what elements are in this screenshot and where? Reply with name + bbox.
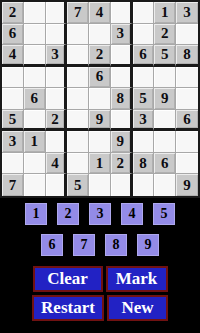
cell-r3c5[interactable]: 2 [89, 45, 111, 67]
cell-r2c7[interactable] [133, 24, 155, 46]
cell-r9c9[interactable]: 9 [176, 174, 198, 196]
cell-r9c1[interactable]: 7 [2, 174, 24, 196]
cell-r2c9[interactable] [176, 24, 198, 46]
cell-r5c8[interactable]: 9 [154, 88, 176, 110]
number-button-2[interactable]: 2 [57, 203, 79, 225]
cell-r5c1[interactable] [2, 88, 24, 110]
number-button-1[interactable]: 1 [25, 203, 47, 225]
cell-r9c3[interactable] [46, 174, 68, 196]
sudoku-board: 27413632432658668595293631941286759 [0, 0, 200, 198]
cell-r4c7[interactable] [133, 67, 155, 89]
cell-r8c9[interactable] [176, 153, 198, 175]
cell-r2c5[interactable] [89, 24, 111, 46]
cell-r2c2[interactable] [24, 24, 46, 46]
cell-r4c6[interactable] [111, 67, 133, 89]
cell-r7c9[interactable] [176, 131, 198, 153]
cell-r4c9[interactable] [176, 67, 198, 89]
cell-r6c6[interactable] [111, 110, 133, 132]
cell-r4c4[interactable] [67, 67, 89, 89]
number-button-6[interactable]: 6 [41, 234, 63, 256]
cell-r1c3[interactable] [46, 2, 68, 24]
cell-r1c7[interactable] [133, 2, 155, 24]
cell-r6c7[interactable]: 3 [133, 110, 155, 132]
cell-r4c5[interactable]: 6 [89, 67, 111, 89]
cell-r8c1[interactable] [2, 153, 24, 175]
cell-r8c2[interactable] [24, 153, 46, 175]
clear-button[interactable]: Clear [33, 266, 103, 292]
cell-r8c6[interactable]: 2 [111, 153, 133, 175]
cell-r6c4[interactable] [67, 110, 89, 132]
cell-r9c8[interactable] [154, 174, 176, 196]
cell-r2c1[interactable]: 6 [2, 24, 24, 46]
cell-r8c8[interactable]: 6 [154, 153, 176, 175]
cell-r2c8[interactable]: 2 [154, 24, 176, 46]
cell-r1c8[interactable]: 1 [154, 2, 176, 24]
cell-r3c6[interactable] [111, 45, 133, 67]
cell-r9c2[interactable] [24, 174, 46, 196]
number-button-9[interactable]: 9 [137, 234, 159, 256]
cell-r2c4[interactable] [67, 24, 89, 46]
cell-r5c2[interactable]: 6 [24, 88, 46, 110]
cell-r7c3[interactable] [46, 131, 68, 153]
cell-r7c6[interactable]: 9 [111, 131, 133, 153]
cell-r7c2[interactable]: 1 [24, 131, 46, 153]
restart-button[interactable]: Restart [32, 295, 104, 321]
cell-r4c2[interactable] [24, 67, 46, 89]
cell-r1c2[interactable] [24, 2, 46, 24]
number-button-5[interactable]: 5 [153, 203, 175, 225]
number-pad-row-2: 6789 [0, 234, 200, 256]
cell-r1c9[interactable]: 3 [176, 2, 198, 24]
cell-r1c1[interactable]: 2 [2, 2, 24, 24]
cell-r1c4[interactable]: 7 [67, 2, 89, 24]
cell-r6c8[interactable] [154, 110, 176, 132]
cell-r9c6[interactable] [111, 174, 133, 196]
cell-r5c6[interactable]: 8 [111, 88, 133, 110]
cell-r6c2[interactable] [24, 110, 46, 132]
cell-r6c3[interactable]: 2 [46, 110, 68, 132]
new-button[interactable]: New [107, 295, 168, 321]
cell-r3c3[interactable]: 3 [46, 45, 68, 67]
cell-r8c7[interactable]: 8 [133, 153, 155, 175]
number-button-7[interactable]: 7 [73, 234, 95, 256]
cell-r5c3[interactable] [46, 88, 68, 110]
cell-r4c8[interactable] [154, 67, 176, 89]
cell-r5c9[interactable] [176, 88, 198, 110]
cell-r1c5[interactable]: 4 [89, 2, 111, 24]
number-pad-row-1: 12345 [0, 203, 200, 225]
cell-r8c4[interactable] [67, 153, 89, 175]
cell-r4c1[interactable] [2, 67, 24, 89]
cell-r7c4[interactable] [67, 131, 89, 153]
cell-r9c5[interactable] [89, 174, 111, 196]
cell-r4c3[interactable] [46, 67, 68, 89]
cell-r7c7[interactable] [133, 131, 155, 153]
action-row-1: Clear Mark [0, 266, 200, 292]
cell-r8c5[interactable]: 1 [89, 153, 111, 175]
cell-r5c7[interactable]: 5 [133, 88, 155, 110]
cell-r9c4[interactable]: 5 [67, 174, 89, 196]
cell-r9c7[interactable] [133, 174, 155, 196]
cell-r2c3[interactable] [46, 24, 68, 46]
cell-r3c1[interactable]: 4 [2, 45, 24, 67]
cell-r6c1[interactable]: 5 [2, 110, 24, 132]
number-button-8[interactable]: 8 [105, 234, 127, 256]
cell-r7c8[interactable] [154, 131, 176, 153]
number-button-4[interactable]: 4 [121, 203, 143, 225]
cell-r3c2[interactable] [24, 45, 46, 67]
cell-r6c5[interactable]: 9 [89, 110, 111, 132]
cell-r7c5[interactable] [89, 131, 111, 153]
action-row-2: Restart New [0, 295, 200, 321]
cell-r6c9[interactable]: 6 [176, 110, 198, 132]
cell-r1c6[interactable] [111, 2, 133, 24]
cell-r3c9[interactable]: 8 [176, 45, 198, 67]
cell-r7c1[interactable]: 3 [2, 131, 24, 153]
number-button-3[interactable]: 3 [89, 203, 111, 225]
mark-button[interactable]: Mark [106, 266, 168, 292]
cell-r3c8[interactable]: 5 [154, 45, 176, 67]
cell-r2c6[interactable]: 3 [111, 24, 133, 46]
cell-r5c4[interactable] [67, 88, 89, 110]
cell-r3c7[interactable]: 6 [133, 45, 155, 67]
cell-r5c5[interactable] [89, 88, 111, 110]
cell-r8c3[interactable]: 4 [46, 153, 68, 175]
cell-r3c4[interactable] [67, 45, 89, 67]
